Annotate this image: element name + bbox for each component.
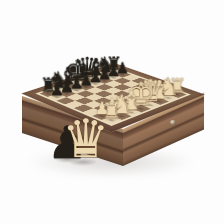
board-scene: ♜♟♟♜♞♟♟♞♝♟♟♝♛♟♟♛♚♟♟♚♝♟♟♝♞♟♟♞♜♟♟♜ [0, 0, 224, 224]
square-h7: ♟ [48, 94, 67, 101]
chess-set-photo: ♜♟♟♜♞♟♟♞♝♟♟♝♛♟♟♛♚♟♟♚♝♟♟♝♞♟♟♞♜♟♟♜ ♟ ♛ [0, 0, 224, 224]
black-pawn-glyph: ♟ [39, 82, 75, 98]
display-piece-white-queen: ♛ [62, 112, 102, 165]
